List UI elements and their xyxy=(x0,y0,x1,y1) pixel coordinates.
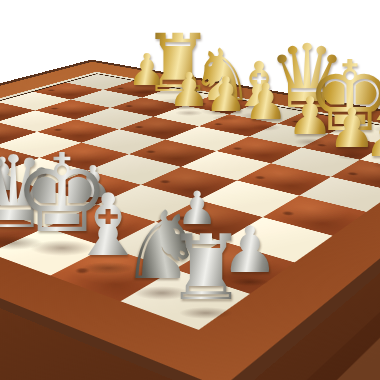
piece-brass-pawn-c7[interactable]: ♟ xyxy=(204,70,247,118)
pieces-layer: ♟♜♞♟♝♟♛♟♝♟♚♟♟♟♟♟♛♚♝♟♞♜ xyxy=(0,0,380,380)
piece-brass-pawn-g7[interactable]: ♟ xyxy=(364,111,380,165)
photo-stage: ♟♜♞♟♝♟♛♟♝♟♚♟♟♟♟♟♛♚♝♟♞♜ xyxy=(0,0,380,380)
piece-silver-rook-h1[interactable]: ♜ xyxy=(166,223,247,313)
piece-brass-pawn-d7[interactable]: ♟ xyxy=(244,77,289,127)
